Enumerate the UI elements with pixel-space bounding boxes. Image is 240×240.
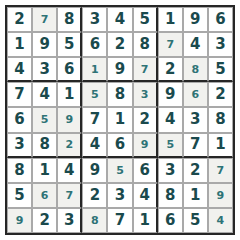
sudoku-cell-r1c8[interactable]: 9 <box>183 7 208 32</box>
sudoku-cell-r5c6[interactable]: 2 <box>133 107 158 132</box>
sudoku-cell-r9c7[interactable]: 6 <box>158 208 183 233</box>
sudoku-cell-r1c4[interactable]: 3 <box>82 7 107 32</box>
sudoku-cell-r3c3[interactable]: 6 <box>57 57 82 82</box>
sudoku-cell-r8c1[interactable]: 5 <box>7 183 32 208</box>
sudoku-cell-r3c9[interactable]: 5 <box>208 57 233 82</box>
sudoku-cell-r2c3[interactable]: 5 <box>57 32 82 57</box>
sudoku-cell-r4c2[interactable]: 4 <box>32 82 57 107</box>
sudoku-cell-r6c4[interactable]: 4 <box>82 133 107 158</box>
sudoku-cell-r7c9[interactable]: 7 <box>208 158 233 183</box>
sudoku-cell-r9c3[interactable]: 3 <box>57 208 82 233</box>
sudoku-cell-r4c8[interactable]: 6 <box>183 82 208 107</box>
sudoku-cell-r2c6[interactable]: 8 <box>133 32 158 57</box>
sudoku-cell-r4c1[interactable]: 7 <box>7 82 32 107</box>
sudoku-cell-r2c9[interactable]: 3 <box>208 32 233 57</box>
sudoku-cell-r7c2[interactable]: 1 <box>32 158 57 183</box>
sudoku-cell-r3c2[interactable]: 3 <box>32 57 57 82</box>
sudoku-cell-r1c2[interactable]: 7 <box>32 7 57 32</box>
sudoku-cell-r6c8[interactable]: 7 <box>183 133 208 158</box>
sudoku-cell-r1c3[interactable]: 8 <box>57 7 82 32</box>
sudoku-cell-r8c7[interactable]: 8 <box>158 183 183 208</box>
sudoku-cell-r6c6[interactable]: 9 <box>133 133 158 158</box>
sudoku-cell-r4c7[interactable]: 9 <box>158 82 183 107</box>
sudoku-cell-r6c5[interactable]: 6 <box>107 133 132 158</box>
sudoku-cell-r8c6[interactable]: 4 <box>133 183 158 208</box>
sudoku-cell-r5c2[interactable]: 5 <box>32 107 57 132</box>
sudoku-cell-r3c8[interactable]: 8 <box>183 57 208 82</box>
sudoku-cell-r2c1[interactable]: 1 <box>7 32 32 57</box>
sudoku-cell-r9c1[interactable]: 9 <box>7 208 32 233</box>
sudoku-cell-r5c1[interactable]: 6 <box>7 107 32 132</box>
sudoku-cell-r2c8[interactable]: 4 <box>183 32 208 57</box>
sudoku-cell-r4c5[interactable]: 8 <box>107 82 132 107</box>
sudoku-cell-r2c2[interactable]: 9 <box>32 32 57 57</box>
sudoku-cell-r7c4[interactable]: 9 <box>82 158 107 183</box>
sudoku-cell-r7c8[interactable]: 2 <box>183 158 208 183</box>
sudoku-cell-r8c3[interactable]: 7 <box>57 183 82 208</box>
sudoku-cell-r7c5[interactable]: 5 <box>107 158 132 183</box>
sudoku-cell-r1c1[interactable]: 2 <box>7 7 32 32</box>
sudoku-cell-r7c3[interactable]: 4 <box>57 158 82 183</box>
sudoku-cell-r3c1[interactable]: 4 <box>7 57 32 82</box>
sudoku-cell-r8c2[interactable]: 6 <box>32 183 57 208</box>
sudoku-cell-r1c5[interactable]: 4 <box>107 7 132 32</box>
sudoku-cell-r9c9[interactable]: 4 <box>208 208 233 233</box>
sudoku-board: 2783451961956287434361972857415839626597… <box>5 5 235 235</box>
sudoku-cell-r6c3[interactable]: 2 <box>57 133 82 158</box>
sudoku-cell-r4c3[interactable]: 1 <box>57 82 82 107</box>
sudoku-cell-r8c5[interactable]: 3 <box>107 183 132 208</box>
sudoku-cell-r6c9[interactable]: 1 <box>208 133 233 158</box>
sudoku-cell-r6c7[interactable]: 5 <box>158 133 183 158</box>
sudoku-cell-r5c4[interactable]: 7 <box>82 107 107 132</box>
sudoku-cell-r5c8[interactable]: 3 <box>183 107 208 132</box>
sudoku-cell-r9c4[interactable]: 8 <box>82 208 107 233</box>
sudoku-cell-r6c2[interactable]: 8 <box>32 133 57 158</box>
sudoku-cell-r1c6[interactable]: 5 <box>133 7 158 32</box>
sudoku-cell-r9c2[interactable]: 2 <box>32 208 57 233</box>
sudoku-cell-r5c7[interactable]: 4 <box>158 107 183 132</box>
sudoku-cell-r3c4[interactable]: 1 <box>82 57 107 82</box>
sudoku-cell-r8c9[interactable]: 9 <box>208 183 233 208</box>
sudoku-cell-r7c7[interactable]: 3 <box>158 158 183 183</box>
sudoku-cell-r7c6[interactable]: 6 <box>133 158 158 183</box>
sudoku-page: 2783451961956287434361972857415839626597… <box>0 0 240 240</box>
sudoku-cell-r4c4[interactable]: 5 <box>82 82 107 107</box>
sudoku-cell-r5c3[interactable]: 9 <box>57 107 82 132</box>
sudoku-cell-r3c6[interactable]: 7 <box>133 57 158 82</box>
sudoku-cell-r5c9[interactable]: 8 <box>208 107 233 132</box>
sudoku-cell-r9c8[interactable]: 5 <box>183 208 208 233</box>
sudoku-cell-r5c5[interactable]: 1 <box>107 107 132 132</box>
sudoku-cell-r8c4[interactable]: 2 <box>82 183 107 208</box>
sudoku-cell-r3c7[interactable]: 2 <box>158 57 183 82</box>
sudoku-cell-r9c6[interactable]: 1 <box>133 208 158 233</box>
sudoku-cell-r4c6[interactable]: 3 <box>133 82 158 107</box>
sudoku-cell-r8c8[interactable]: 1 <box>183 183 208 208</box>
sudoku-cell-r7c1[interactable]: 8 <box>7 158 32 183</box>
sudoku-cell-r1c9[interactable]: 6 <box>208 7 233 32</box>
sudoku-cell-r2c5[interactable]: 2 <box>107 32 132 57</box>
sudoku-cell-r4c9[interactable]: 2 <box>208 82 233 107</box>
sudoku-cell-r9c5[interactable]: 7 <box>107 208 132 233</box>
sudoku-cell-r1c7[interactable]: 1 <box>158 7 183 32</box>
sudoku-cell-r2c7[interactable]: 7 <box>158 32 183 57</box>
sudoku-cell-r2c4[interactable]: 6 <box>82 32 107 57</box>
sudoku-cell-r3c5[interactable]: 9 <box>107 57 132 82</box>
sudoku-cell-r6c1[interactable]: 3 <box>7 133 32 158</box>
